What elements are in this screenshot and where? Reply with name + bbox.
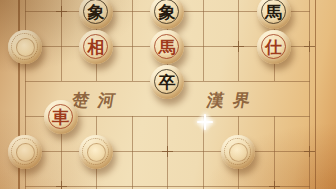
river-label-chu-he: 楚河 (70, 89, 126, 111)
piece-character: 車 (44, 100, 78, 134)
piece-black-horse[interactable]: 馬 (257, 0, 291, 29)
piece-face-down-piece[interactable] (221, 135, 255, 169)
board-grid-line (132, 116, 133, 189)
piece-red-horse[interactable]: 馬 (150, 30, 184, 64)
board-grid-line (203, 116, 204, 189)
piece-face-down-piece[interactable] (79, 135, 113, 169)
piece-red-chariot[interactable]: 車 (44, 100, 78, 134)
piece-character: 象 (150, 0, 184, 29)
river-label-han-jie: 漢界 (205, 89, 261, 111)
xiangqi-board[interactable]: 楚河漢界象象馬相馬仕卒車 (0, 0, 336, 189)
piece-back-center (16, 38, 35, 57)
piece-character: 馬 (150, 30, 184, 64)
board-grid-line (238, 0, 239, 81)
piece-red-elephant[interactable]: 相 (79, 30, 113, 64)
board-grid-line (132, 0, 133, 81)
board-grid-line (61, 0, 62, 81)
piece-red-advisor[interactable]: 仕 (257, 30, 291, 64)
board-grid-line (203, 0, 204, 81)
board-grid-line (309, 0, 310, 189)
piece-face-down-piece[interactable] (8, 30, 42, 64)
piece-character: 馬 (257, 0, 291, 29)
piece-face-down-piece[interactable] (8, 135, 42, 169)
piece-character: 象 (79, 0, 113, 29)
piece-black-elephant[interactable]: 象 (150, 0, 184, 29)
piece-character: 仕 (257, 30, 291, 64)
piece-character: 相 (79, 30, 113, 64)
piece-character: 卒 (150, 65, 184, 99)
piece-back-center (229, 143, 248, 162)
piece-black-elephant[interactable]: 象 (79, 0, 113, 29)
piece-back-center (87, 143, 106, 162)
board-grid-line (274, 116, 275, 189)
piece-black-pawn[interactable]: 卒 (150, 65, 184, 99)
piece-back-center (16, 143, 35, 162)
board-grid-line (167, 116, 168, 189)
board-border-line (315, 0, 317, 189)
